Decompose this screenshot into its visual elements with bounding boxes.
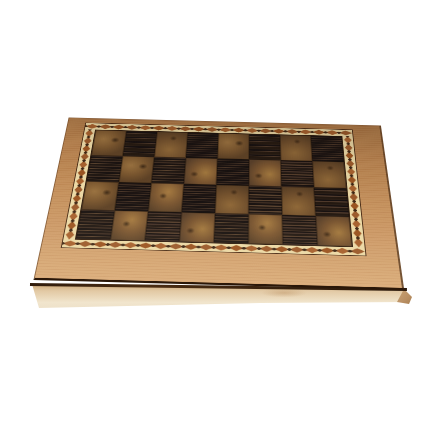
inlay-border-frame bbox=[61, 123, 367, 257]
board-square bbox=[249, 134, 281, 160]
board-square bbox=[214, 213, 249, 244]
board-square bbox=[151, 157, 186, 184]
camera-tilt-wrapper bbox=[0, 0, 430, 430]
board-square bbox=[81, 181, 119, 210]
case-lid-top-face bbox=[33, 118, 404, 291]
board-square bbox=[145, 211, 182, 242]
board-square bbox=[86, 155, 122, 182]
board-square bbox=[249, 186, 283, 215]
board-square bbox=[217, 133, 249, 159]
board-square bbox=[316, 216, 352, 247]
board-square bbox=[248, 214, 283, 245]
board-square bbox=[154, 132, 188, 158]
product-photo-background bbox=[0, 0, 430, 430]
board-square bbox=[91, 130, 126, 156]
board-square bbox=[282, 215, 317, 246]
board-square bbox=[249, 159, 282, 186]
inlay-diamond-unit bbox=[352, 238, 364, 248]
board-square bbox=[123, 131, 157, 157]
board-square bbox=[76, 209, 115, 240]
board-square bbox=[215, 185, 249, 214]
checkerboard bbox=[75, 130, 353, 248]
board-square bbox=[216, 158, 249, 185]
board-square bbox=[110, 210, 148, 241]
inlay-diamond-unit bbox=[350, 247, 366, 255]
board-square bbox=[179, 212, 215, 243]
board-square bbox=[281, 187, 315, 216]
board-square bbox=[148, 183, 184, 212]
board-square bbox=[119, 156, 154, 183]
board-square bbox=[182, 184, 217, 213]
board-square bbox=[311, 136, 344, 162]
board-square bbox=[186, 132, 219, 158]
board-square bbox=[115, 182, 152, 211]
board-square bbox=[184, 158, 218, 185]
board-square bbox=[281, 160, 314, 187]
board-square bbox=[280, 135, 312, 161]
board-square bbox=[312, 161, 346, 188]
board-square bbox=[314, 187, 349, 216]
